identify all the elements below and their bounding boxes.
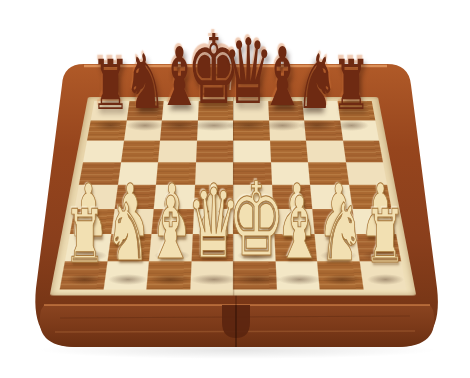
piece-white-bishop-f1[interactable]: ♝: [275, 186, 323, 272]
square-e6: [233, 141, 270, 162]
square-f6: [269, 141, 307, 162]
piece-white-knight-b1[interactable]: ♞: [105, 193, 150, 273]
piece-white-knight-g1[interactable]: ♞: [320, 193, 365, 273]
piece-black-rook-h8[interactable]: ♜: [332, 51, 371, 120]
piece-white-rook-h1[interactable]: ♜: [365, 200, 406, 274]
square-g6: [306, 141, 345, 162]
chess-set-photo: ♜♞♝♚♛♝♞♜♟♟♟♟♟♟♟♟♜♞♝♛♚♝♞♜: [0, 0, 470, 378]
square-d6: [196, 141, 233, 162]
square-b6: [121, 141, 160, 162]
square-c6: [158, 141, 196, 162]
piece-white-rook-a1[interactable]: ♜: [64, 200, 105, 274]
square-h6: [342, 141, 382, 162]
square-a6: [83, 141, 123, 162]
